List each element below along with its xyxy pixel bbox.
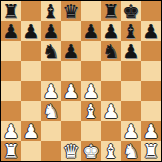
square-d6[interactable]: ♟ [61,41,81,61]
square-e4[interactable]: ♟ [81,81,101,101]
black-queen[interactable]: ♛ [62,1,79,21]
square-g8[interactable]: ♚ [121,1,141,21]
black-rook[interactable]: ♜ [102,1,119,21]
white-rook[interactable]: ♜ [2,141,19,161]
square-g5[interactable] [121,61,141,81]
square-b2[interactable]: ♟ [21,121,41,141]
square-f1[interactable]: ♝ [101,141,121,161]
black-pawn[interactable]: ♟ [102,21,119,41]
black-bishop[interactable]: ♝ [42,1,59,21]
square-a4[interactable] [1,81,21,101]
square-b5[interactable] [21,61,41,81]
square-h6[interactable] [141,41,161,61]
square-c3[interactable]: ♞ [41,101,61,121]
square-a2[interactable]: ♟ [1,121,21,141]
black-pawn[interactable]: ♟ [62,41,79,61]
square-h5[interactable] [141,61,161,81]
square-e2[interactable] [81,121,101,141]
square-d3[interactable] [61,101,81,121]
square-h4[interactable] [141,81,161,101]
black-pawn[interactable]: ♟ [82,21,99,41]
square-c2[interactable] [41,121,61,141]
white-pawn[interactable]: ♟ [22,121,39,141]
white-pawn[interactable]: ♟ [102,101,119,121]
black-knight[interactable]: ♞ [102,41,119,61]
square-c1[interactable] [41,141,61,161]
square-d2[interactable] [61,121,81,141]
white-pawn[interactable]: ♟ [62,81,79,101]
square-h8[interactable] [141,1,161,21]
square-a7[interactable]: ♟ [1,21,21,41]
square-b8[interactable] [21,1,41,21]
square-h7[interactable]: ♟ [141,21,161,41]
square-a8[interactable]: ♜ [1,1,21,21]
square-c5[interactable] [41,61,61,81]
white-pawn[interactable]: ♟ [2,121,19,141]
square-c7[interactable]: ♟ [41,21,61,41]
square-d1[interactable]: ♛ [61,141,81,161]
black-king[interactable]: ♚ [122,1,139,21]
white-pawn[interactable]: ♟ [82,81,99,101]
square-b6[interactable] [21,41,41,61]
white-bishop[interactable]: ♝ [82,101,99,121]
square-f3[interactable]: ♟ [101,101,121,121]
white-knight[interactable]: ♞ [42,101,59,121]
square-h3[interactable] [141,101,161,121]
square-b7[interactable]: ♟ [21,21,41,41]
square-g2[interactable]: ♟ [121,121,141,141]
square-e3[interactable]: ♝ [81,101,101,121]
black-pawn[interactable]: ♟ [2,21,19,41]
square-f2[interactable] [101,121,121,141]
square-a6[interactable] [1,41,21,61]
white-rook[interactable]: ♜ [142,141,159,161]
square-e7[interactable]: ♟ [81,21,101,41]
white-knight[interactable]: ♞ [122,141,139,161]
square-g6[interactable]: ♟ [121,41,141,61]
black-knight[interactable]: ♞ [42,41,59,61]
square-d5[interactable] [61,61,81,81]
square-a3[interactable] [1,101,21,121]
square-f7[interactable]: ♟ [101,21,121,41]
square-f4[interactable] [101,81,121,101]
white-pawn[interactable]: ♟ [142,121,159,141]
white-pawn[interactable]: ♟ [122,121,139,141]
square-g4[interactable] [121,81,141,101]
square-b4[interactable] [21,81,41,101]
square-d4[interactable]: ♟ [61,81,81,101]
square-e5[interactable] [81,61,101,81]
black-rook[interactable]: ♜ [2,1,19,21]
square-g1[interactable]: ♞ [121,141,141,161]
square-h1[interactable]: ♜ [141,141,161,161]
white-bishop[interactable]: ♝ [102,141,119,161]
white-queen[interactable]: ♛ [62,141,79,161]
square-d7[interactable] [61,21,81,41]
square-f6[interactable]: ♞ [101,41,121,61]
black-bishop[interactable]: ♝ [122,21,139,41]
square-c4[interactable]: ♟ [41,81,61,101]
square-g7[interactable]: ♝ [121,21,141,41]
square-a1[interactable]: ♜ [1,141,21,161]
square-e1[interactable]: ♚ [81,141,101,161]
black-pawn[interactable]: ♟ [122,41,139,61]
square-f8[interactable]: ♜ [101,1,121,21]
square-h2[interactable]: ♟ [141,121,161,141]
black-pawn[interactable]: ♟ [22,21,39,41]
square-g3[interactable] [121,101,141,121]
square-e6[interactable] [81,41,101,61]
square-d8[interactable]: ♛ [61,1,81,21]
chess-board[interactable]: ♜♝♛♜♚♟♟♟♟♟♝♟♞♟♞♟♟♟♟♞♝♟♟♟♟♟♜♛♚♝♞♜ [0,0,162,162]
white-pawn[interactable]: ♟ [42,81,59,101]
square-a5[interactable] [1,61,21,81]
square-b1[interactable] [21,141,41,161]
white-king[interactable]: ♚ [82,141,99,161]
square-c6[interactable]: ♞ [41,41,61,61]
square-f5[interactable] [101,61,121,81]
black-pawn[interactable]: ♟ [142,21,159,41]
square-e8[interactable] [81,1,101,21]
black-pawn[interactable]: ♟ [42,21,59,41]
square-b3[interactable] [21,101,41,121]
square-c8[interactable]: ♝ [41,1,61,21]
